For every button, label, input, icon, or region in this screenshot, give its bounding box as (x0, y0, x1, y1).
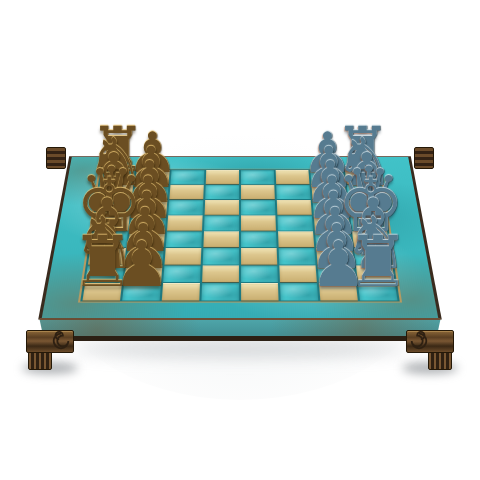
square-b6 (276, 185, 310, 199)
square-g4 (202, 265, 239, 282)
foot-flutes (428, 352, 452, 370)
square-h3 (162, 283, 200, 300)
square-f2 (126, 248, 163, 264)
square-f6 (279, 248, 316, 264)
square-a4 (206, 170, 239, 184)
square-f3 (165, 248, 202, 264)
square-a2 (135, 170, 169, 184)
square-a5 (241, 170, 274, 184)
square-h5 (241, 283, 279, 300)
square-g6 (279, 265, 316, 282)
square-c8 (348, 200, 384, 215)
square-b1 (98, 185, 133, 199)
square-c2 (132, 200, 168, 215)
square-h4 (201, 283, 239, 300)
square-b2 (134, 185, 169, 199)
square-d1 (93, 215, 130, 230)
square-g7 (318, 265, 356, 282)
square-c1 (95, 200, 131, 215)
volute-scroll-icon (408, 330, 430, 352)
square-h2 (122, 283, 161, 300)
square-b8 (347, 185, 382, 199)
square-c3 (168, 200, 203, 215)
square-d4 (204, 215, 239, 230)
square-e1 (91, 231, 128, 247)
square-d3 (167, 215, 203, 230)
square-d5 (241, 215, 276, 230)
volute-scroll-icon (50, 330, 72, 352)
square-e5 (241, 231, 277, 247)
square-c7 (313, 200, 349, 215)
square-d8 (350, 215, 387, 230)
back-right-foot (414, 147, 434, 169)
board-grid (78, 169, 402, 303)
square-b7 (311, 185, 346, 199)
square-e4 (203, 231, 239, 247)
square-e6 (278, 231, 314, 247)
square-h6 (280, 283, 318, 300)
foot-flutes (28, 352, 52, 370)
square-g5 (241, 265, 278, 282)
board-shadow (70, 341, 410, 357)
square-f7 (316, 248, 353, 264)
square-d6 (277, 215, 313, 230)
foot-capital (406, 330, 454, 353)
square-b5 (241, 185, 275, 199)
square-h1 (83, 283, 122, 300)
square-f1 (88, 248, 126, 264)
front-left-foot (26, 330, 72, 370)
square-b4 (205, 185, 239, 199)
square-g8 (356, 265, 395, 282)
foot-capital (26, 330, 74, 353)
board-front-edge (36, 318, 444, 341)
back-left-foot (46, 147, 66, 169)
square-g3 (163, 265, 200, 282)
square-d2 (130, 215, 166, 230)
square-a7 (310, 170, 344, 184)
square-c5 (241, 200, 275, 215)
square-h7 (319, 283, 358, 300)
square-e8 (352, 231, 389, 247)
square-g2 (124, 265, 162, 282)
square-a8 (345, 170, 380, 184)
square-e3 (166, 231, 202, 247)
front-right-foot (408, 330, 454, 370)
square-a3 (171, 170, 205, 184)
board-plate (38, 156, 442, 319)
chess-set-photo: ♜♞♝♛♚♝♞♜♟♟♟♟♟♟♟♟♟♟♟♟♟♟♟♟♜♞♝♛♚♝♞♜ (0, 0, 480, 480)
square-c4 (205, 200, 239, 215)
square-e7 (315, 231, 352, 247)
square-e2 (128, 231, 165, 247)
square-a1 (100, 170, 135, 184)
square-c6 (277, 200, 312, 215)
square-f4 (203, 248, 239, 264)
square-d7 (314, 215, 350, 230)
square-h8 (358, 283, 397, 300)
square-a6 (276, 170, 310, 184)
square-b3 (169, 185, 203, 199)
square-g1 (85, 265, 124, 282)
square-f8 (354, 248, 392, 264)
square-f5 (241, 248, 277, 264)
